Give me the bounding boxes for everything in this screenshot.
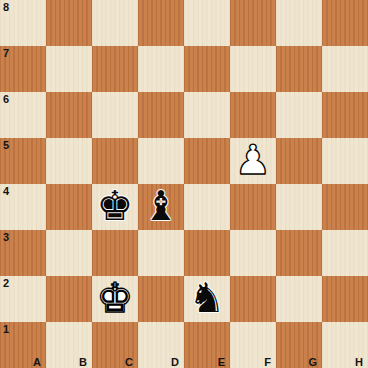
square-c3[interactable] [92,230,138,276]
square-h3[interactable] [322,230,368,276]
square-c1[interactable]: C [92,322,138,368]
square-d7[interactable] [138,46,184,92]
square-e2[interactable]: ♞ [184,276,230,322]
square-e1[interactable]: E [184,322,230,368]
square-c4[interactable]: ♚ [92,184,138,230]
square-b4[interactable] [46,184,92,230]
file-label-e: E [218,356,225,368]
piece-black-bishop[interactable]: ♝ [143,186,180,227]
piece-black-king[interactable]: ♚ [97,186,134,227]
square-f3[interactable] [230,230,276,276]
square-e8[interactable] [184,0,230,46]
square-d6[interactable] [138,92,184,138]
rank-label-5: 5 [3,139,9,151]
square-c2[interactable]: ♚ [92,276,138,322]
file-label-c: C [125,356,133,368]
square-g2[interactable] [276,276,322,322]
square-d8[interactable] [138,0,184,46]
piece-white-king[interactable]: ♚ [97,278,134,319]
square-e5[interactable] [184,138,230,184]
file-label-f: F [264,356,271,368]
square-a1[interactable]: 1A [0,322,46,368]
square-f2[interactable] [230,276,276,322]
square-c8[interactable] [92,0,138,46]
square-d1[interactable]: D [138,322,184,368]
square-h8[interactable] [322,0,368,46]
square-b8[interactable] [46,0,92,46]
square-g7[interactable] [276,46,322,92]
square-h4[interactable] [322,184,368,230]
square-b3[interactable] [46,230,92,276]
square-f7[interactable] [230,46,276,92]
square-g8[interactable] [276,0,322,46]
rank-label-4: 4 [3,185,9,197]
rank-label-7: 7 [3,47,9,59]
piece-white-pawn[interactable]: ♟ [235,140,272,181]
square-b2[interactable] [46,276,92,322]
rank-label-3: 3 [3,231,9,243]
square-h6[interactable] [322,92,368,138]
square-a4[interactable]: 4 [0,184,46,230]
square-e7[interactable] [184,46,230,92]
rank-label-2: 2 [3,277,9,289]
square-g5[interactable] [276,138,322,184]
rank-label-8: 8 [3,1,9,13]
chess-board: 8765♟4♚♝32♚♞1ABCDEFGH [0,0,368,368]
square-b7[interactable] [46,46,92,92]
square-a3[interactable]: 3 [0,230,46,276]
square-g1[interactable]: G [276,322,322,368]
square-c6[interactable] [92,92,138,138]
square-d4[interactable]: ♝ [138,184,184,230]
square-h7[interactable] [322,46,368,92]
file-label-d: D [171,356,179,368]
square-c5[interactable] [92,138,138,184]
square-a7[interactable]: 7 [0,46,46,92]
square-f1[interactable]: F [230,322,276,368]
square-a6[interactable]: 6 [0,92,46,138]
square-d3[interactable] [138,230,184,276]
square-f4[interactable] [230,184,276,230]
square-b5[interactable] [46,138,92,184]
square-g3[interactable] [276,230,322,276]
square-a8[interactable]: 8 [0,0,46,46]
square-a2[interactable]: 2 [0,276,46,322]
square-f6[interactable] [230,92,276,138]
file-label-g: G [308,356,317,368]
square-a5[interactable]: 5 [0,138,46,184]
square-e6[interactable] [184,92,230,138]
file-label-b: B [79,356,87,368]
square-f5[interactable]: ♟ [230,138,276,184]
piece-black-knight[interactable]: ♞ [189,278,226,319]
square-h2[interactable] [322,276,368,322]
square-b1[interactable]: B [46,322,92,368]
square-f8[interactable] [230,0,276,46]
rank-label-1: 1 [3,323,9,335]
square-e4[interactable] [184,184,230,230]
square-b6[interactable] [46,92,92,138]
file-label-h: H [355,356,363,368]
square-d5[interactable] [138,138,184,184]
rank-label-6: 6 [3,93,9,105]
square-d2[interactable] [138,276,184,322]
square-h5[interactable] [322,138,368,184]
square-e3[interactable] [184,230,230,276]
square-g6[interactable] [276,92,322,138]
square-g4[interactable] [276,184,322,230]
square-c7[interactable] [92,46,138,92]
square-h1[interactable]: H [322,322,368,368]
file-label-a: A [33,356,41,368]
